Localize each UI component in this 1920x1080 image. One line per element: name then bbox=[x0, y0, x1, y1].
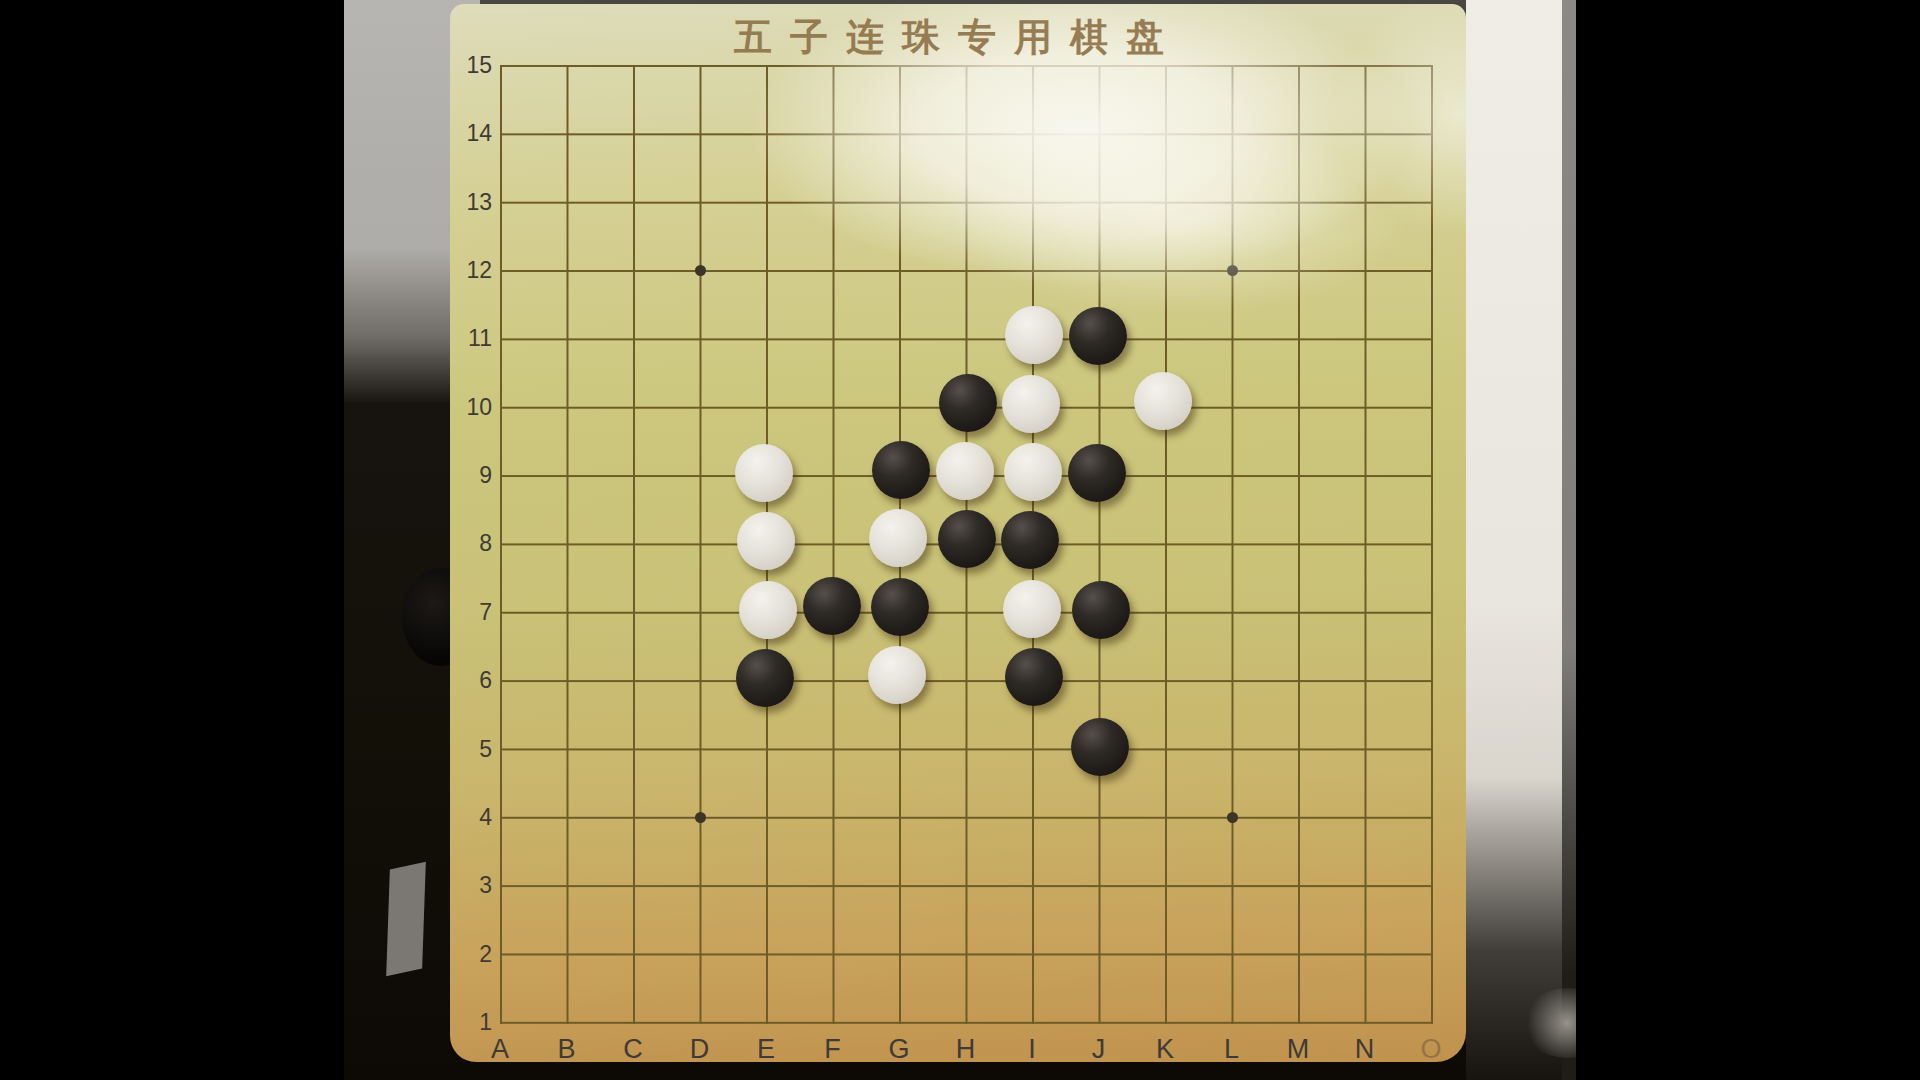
col-label-L: L bbox=[1213, 1034, 1251, 1062]
photo: 五子连珠专用棋盘 151413121110987654321 ABCDEFGHI… bbox=[344, 0, 1576, 1080]
row-label-2: 2 bbox=[450, 941, 492, 967]
col-label-D: D bbox=[681, 1034, 719, 1062]
col-label-K: K bbox=[1146, 1034, 1184, 1062]
screenshot-background: 五子连珠专用棋盘 151413121110987654321 ABCDEFGHI… bbox=[0, 0, 1920, 1080]
col-label-J: J bbox=[1080, 1034, 1118, 1062]
stone-white-I11 bbox=[1005, 306, 1063, 364]
background-paper-shadow bbox=[1562, 0, 1576, 1080]
row-label-10: 10 bbox=[450, 394, 492, 420]
star-point-D12 bbox=[695, 265, 706, 276]
row-label-8: 8 bbox=[450, 530, 492, 556]
col-label-C: C bbox=[614, 1034, 652, 1062]
row-label-14: 14 bbox=[450, 120, 492, 146]
col-label-A: A bbox=[481, 1034, 519, 1062]
row-label-4: 4 bbox=[450, 804, 492, 830]
star-point-L4 bbox=[1227, 812, 1238, 823]
col-label-N: N bbox=[1346, 1034, 1384, 1062]
row-label-11: 11 bbox=[450, 325, 492, 351]
row-label-7: 7 bbox=[450, 599, 492, 625]
row-label-5: 5 bbox=[450, 736, 492, 762]
stone-black-J11 bbox=[1069, 307, 1127, 365]
row-label-6: 6 bbox=[450, 667, 492, 693]
col-label-E: E bbox=[747, 1034, 785, 1062]
stone-white-I7 bbox=[1003, 580, 1061, 638]
stone-black-H8 bbox=[938, 510, 996, 568]
col-label-M: M bbox=[1279, 1034, 1317, 1062]
row-label-12: 12 bbox=[450, 257, 492, 283]
stone-black-J5 bbox=[1071, 718, 1129, 776]
background-wedge bbox=[386, 862, 426, 977]
board-title: 五子连珠专用棋盘 bbox=[450, 12, 1466, 63]
stone-black-F7 bbox=[803, 577, 861, 635]
stone-white-E9 bbox=[735, 444, 793, 502]
stone-black-J7 bbox=[1072, 581, 1130, 639]
stone-white-E7 bbox=[739, 581, 797, 639]
stone-white-H9 bbox=[936, 442, 994, 500]
col-label-B: B bbox=[548, 1034, 586, 1062]
stone-black-J9 bbox=[1068, 444, 1126, 502]
row-label-3: 3 bbox=[450, 872, 492, 898]
col-label-I: I bbox=[1013, 1034, 1051, 1062]
row-label-13: 13 bbox=[450, 189, 492, 215]
col-label-H: H bbox=[947, 1034, 985, 1062]
stone-black-E6 bbox=[736, 649, 794, 707]
background-paper-edge bbox=[1466, 0, 1564, 1080]
gomoku-board: 五子连珠专用棋盘 151413121110987654321 ABCDEFGHI… bbox=[450, 4, 1466, 1062]
stone-black-G7 bbox=[871, 578, 929, 636]
stone-black-G9 bbox=[872, 441, 930, 499]
col-label-F: F bbox=[814, 1034, 852, 1062]
stone-white-I9 bbox=[1004, 443, 1062, 501]
star-point-D4 bbox=[695, 812, 706, 823]
stone-white-K10 bbox=[1134, 372, 1192, 430]
col-label-G: G bbox=[880, 1034, 918, 1062]
col-label-O: O bbox=[1412, 1034, 1450, 1062]
row-label-1: 1 bbox=[450, 1009, 492, 1035]
stone-white-G6 bbox=[868, 646, 926, 704]
stone-white-I10 bbox=[1002, 375, 1060, 433]
stone-black-H10 bbox=[939, 374, 997, 432]
stone-black-I6 bbox=[1005, 648, 1063, 706]
row-label-9: 9 bbox=[450, 462, 492, 488]
